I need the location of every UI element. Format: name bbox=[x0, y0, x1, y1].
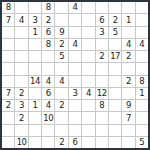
grid-cell[interactable] bbox=[122, 63, 134, 74]
grid-cell[interactable]: 8 bbox=[96, 100, 108, 111]
grid-cell[interactable]: 2 bbox=[122, 51, 134, 62]
grid-cell[interactable]: 8 bbox=[2, 2, 14, 13]
grid-cell[interactable] bbox=[29, 137, 41, 148]
grid-cell[interactable] bbox=[109, 2, 121, 13]
grid-cell[interactable] bbox=[29, 112, 41, 123]
grid-cell[interactable]: 4 bbox=[69, 2, 81, 13]
grid-cell[interactable] bbox=[109, 39, 121, 50]
grid-cell[interactable]: 4 bbox=[15, 14, 27, 25]
grid-cell[interactable] bbox=[29, 63, 41, 74]
grid-cell[interactable]: 1 bbox=[29, 100, 41, 111]
grid-cell[interactable]: 7 bbox=[122, 112, 134, 123]
grid-cell[interactable]: 10 bbox=[15, 137, 27, 148]
grid-cell[interactable] bbox=[82, 39, 94, 50]
grid-cell[interactable]: 3 bbox=[96, 27, 108, 38]
grid-cell[interactable] bbox=[96, 63, 108, 74]
grid-cell[interactable]: 9 bbox=[55, 27, 67, 38]
grid-cell[interactable] bbox=[109, 100, 121, 111]
grid-cell[interactable] bbox=[42, 51, 54, 62]
grid-cell[interactable]: 2 bbox=[15, 112, 27, 123]
grid-cell[interactable] bbox=[82, 51, 94, 62]
grid-cell[interactable] bbox=[69, 100, 81, 111]
grid-cell[interactable] bbox=[15, 27, 27, 38]
grid-cell[interactable]: 4 bbox=[122, 39, 134, 50]
grid-cell[interactable]: 3 bbox=[15, 100, 27, 111]
grid-cell[interactable] bbox=[82, 112, 94, 123]
grid-cell[interactable] bbox=[136, 125, 148, 136]
grid-cell[interactable] bbox=[82, 63, 94, 74]
grid-cell[interactable]: 8 bbox=[42, 39, 54, 50]
grid-cell[interactable]: 2 bbox=[96, 51, 108, 62]
grid-cell[interactable] bbox=[122, 27, 134, 38]
grid-cell[interactable]: 2 bbox=[42, 14, 54, 25]
grid-cell[interactable] bbox=[136, 51, 148, 62]
grid-cell[interactable] bbox=[42, 63, 54, 74]
grid-cell[interactable] bbox=[2, 63, 14, 74]
grid-cell[interactable] bbox=[29, 2, 41, 13]
grid-cell[interactable] bbox=[2, 125, 14, 136]
grid-cell[interactable] bbox=[2, 137, 14, 148]
grid-cell[interactable]: 2 bbox=[15, 88, 27, 99]
grid-cell[interactable]: 2 bbox=[55, 39, 67, 50]
grid-cell[interactable]: 9 bbox=[122, 100, 134, 111]
grid-cell[interactable]: 6 bbox=[96, 14, 108, 25]
grid-cell[interactable] bbox=[55, 2, 67, 13]
grid-cell[interactable] bbox=[2, 112, 14, 123]
grid-cell[interactable] bbox=[82, 100, 94, 111]
grid-cell[interactable] bbox=[69, 112, 81, 123]
grid-cell[interactable]: 6 bbox=[42, 88, 54, 99]
grid-cell[interactable] bbox=[136, 27, 148, 38]
grid-cell[interactable]: 5 bbox=[109, 27, 121, 38]
grid-cell[interactable] bbox=[15, 125, 27, 136]
grid-cell[interactable] bbox=[55, 63, 67, 74]
grid-cell[interactable] bbox=[55, 125, 67, 136]
grid-cell[interactable]: 3 bbox=[69, 88, 81, 99]
grid-cell[interactable]: 6 bbox=[69, 137, 81, 148]
grid-cell[interactable] bbox=[2, 76, 14, 87]
grid-cell[interactable] bbox=[55, 112, 67, 123]
grid-cell[interactable] bbox=[15, 76, 27, 87]
grid-cell[interactable]: 2 bbox=[55, 100, 67, 111]
grid-cell[interactable]: 10 bbox=[42, 112, 54, 123]
grid-cell[interactable] bbox=[82, 14, 94, 25]
grid-cell[interactable] bbox=[82, 125, 94, 136]
grid-cell[interactable] bbox=[42, 137, 54, 148]
grid-cell[interactable]: 8 bbox=[42, 2, 54, 13]
grid-cell[interactable]: 4 bbox=[55, 76, 67, 87]
grid-cell[interactable] bbox=[55, 88, 67, 99]
puzzle-board: 8847432621169358244452172144428726341212… bbox=[0, 0, 150, 150]
grid-cell[interactable]: 1 bbox=[29, 27, 41, 38]
grid-cell[interactable] bbox=[15, 63, 27, 74]
grid-cell[interactable] bbox=[82, 137, 94, 148]
grid-cell[interactable] bbox=[15, 2, 27, 13]
grid-cell[interactable]: 3 bbox=[29, 14, 41, 25]
grid-cell[interactable]: 4 bbox=[69, 39, 81, 50]
grid-cell[interactable]: 2 bbox=[2, 100, 14, 111]
grid-cell[interactable] bbox=[136, 63, 148, 74]
grid-cell[interactable]: 7 bbox=[2, 14, 14, 25]
grid-cell[interactable] bbox=[109, 112, 121, 123]
grid-cell[interactable] bbox=[96, 137, 108, 148]
grid-cell[interactable] bbox=[96, 76, 108, 87]
grid-cell[interactable]: 6 bbox=[42, 27, 54, 38]
grid-cell[interactable]: 1 bbox=[122, 14, 134, 25]
grid-cell[interactable] bbox=[2, 51, 14, 62]
grid-cell[interactable] bbox=[122, 88, 134, 99]
grid-cell[interactable]: 5 bbox=[55, 51, 67, 62]
grid-cell[interactable] bbox=[69, 51, 81, 62]
grid-cell[interactable] bbox=[109, 63, 121, 74]
grid-cell[interactable] bbox=[69, 63, 81, 74]
grid-cell[interactable] bbox=[96, 112, 108, 123]
grid-cell[interactable] bbox=[82, 27, 94, 38]
grid-cell[interactable]: 14 bbox=[29, 76, 41, 87]
grid-cell[interactable] bbox=[29, 39, 41, 50]
grid-cell[interactable] bbox=[69, 76, 81, 87]
grid-cell[interactable] bbox=[29, 125, 41, 136]
grid-cell[interactable]: 4 bbox=[42, 100, 54, 111]
grid-cell[interactable] bbox=[96, 125, 108, 136]
grid-cell[interactable] bbox=[15, 51, 27, 62]
grid-cell[interactable] bbox=[96, 39, 108, 50]
grid-cell[interactable]: 2 bbox=[109, 14, 121, 25]
grid-cell[interactable] bbox=[136, 2, 148, 13]
grid-cell[interactable]: 4 bbox=[82, 88, 94, 99]
grid-cell[interactable]: 8 bbox=[136, 76, 148, 87]
grid-cell[interactable] bbox=[29, 51, 41, 62]
grid-cell[interactable] bbox=[122, 2, 134, 13]
grid-cell[interactable] bbox=[2, 27, 14, 38]
grid-cell[interactable] bbox=[109, 76, 121, 87]
grid-cell[interactable]: 12 bbox=[96, 88, 108, 99]
grid-cell[interactable] bbox=[109, 88, 121, 99]
grid-cell[interactable] bbox=[55, 14, 67, 25]
grid-cell[interactable] bbox=[109, 137, 121, 148]
grid-cell[interactable] bbox=[136, 112, 148, 123]
grid-cell[interactable] bbox=[69, 125, 81, 136]
grid-cell[interactable] bbox=[122, 125, 134, 136]
grid-cell[interactable] bbox=[69, 14, 81, 25]
grid-cell[interactable]: 2 bbox=[55, 137, 67, 148]
grid-cell[interactable] bbox=[109, 125, 121, 136]
grid-cell[interactable] bbox=[15, 39, 27, 50]
grid-cell[interactable]: 2 bbox=[122, 76, 134, 87]
grid-cell[interactable] bbox=[82, 76, 94, 87]
grid-cell[interactable] bbox=[82, 2, 94, 13]
grid-cell[interactable]: 7 bbox=[2, 88, 14, 99]
grid-cell[interactable]: 4 bbox=[136, 39, 148, 50]
grid-cell[interactable] bbox=[122, 137, 134, 148]
grid-cell[interactable] bbox=[136, 14, 148, 25]
grid-cell[interactable]: 4 bbox=[42, 76, 54, 87]
grid-cell[interactable] bbox=[136, 100, 148, 111]
grid-cell[interactable]: 5 bbox=[136, 137, 148, 148]
grid-cell[interactable] bbox=[2, 39, 14, 50]
grid-cell[interactable] bbox=[96, 2, 108, 13]
grid-cell[interactable] bbox=[69, 27, 81, 38]
grid-cell[interactable]: 17 bbox=[109, 51, 121, 62]
grid-cell[interactable] bbox=[42, 125, 54, 136]
grid-cell[interactable] bbox=[29, 88, 41, 99]
grid-cell[interactable]: 1 bbox=[136, 88, 148, 99]
